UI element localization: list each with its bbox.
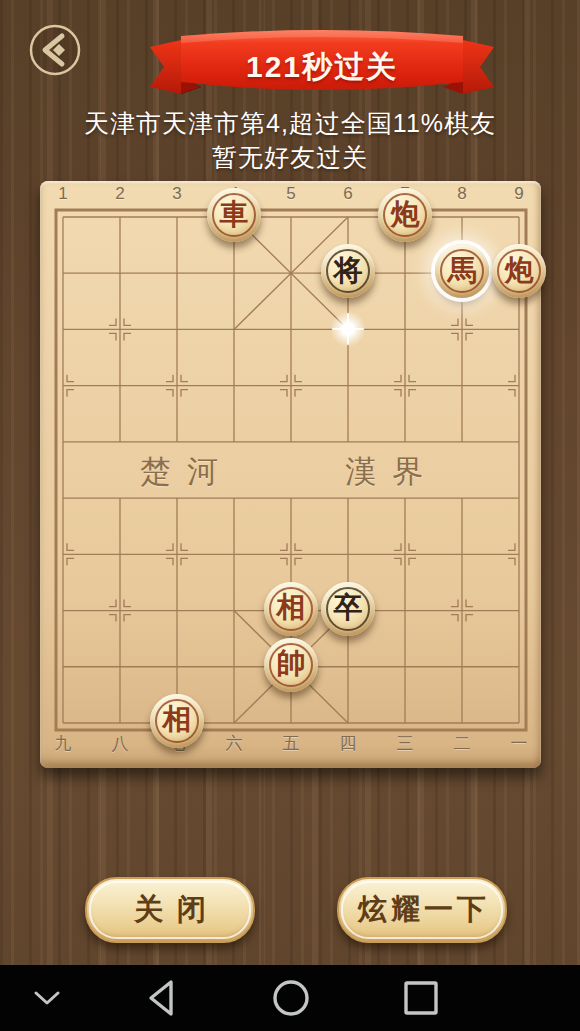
brag-button[interactable]: 炫耀一下 — [337, 877, 507, 943]
collapse-chevron-icon[interactable] — [32, 989, 62, 1007]
file-label-bottom: 四 — [340, 732, 357, 755]
close-button[interactable]: 关闭 — [85, 877, 255, 943]
piece-red-cannon: 炮 — [492, 244, 546, 298]
piece-glyph: 車 — [220, 200, 249, 229]
file-label-top: 3 — [172, 184, 181, 204]
level-complete-screen: 121秒过关 天津市天津市第4,超过全国11%棋友 暂无好友过关 楚河 漢界 1… — [0, 0, 580, 1031]
banner-title: 121秒过关 — [147, 47, 497, 88]
piece-glyph: 相 — [163, 705, 192, 734]
file-label-bottom: 一 — [511, 732, 528, 755]
piece-glyph: 帥 — [277, 649, 306, 678]
file-label-top: 6 — [343, 184, 352, 204]
android-recents-icon[interactable] — [399, 976, 443, 1020]
file-label-top: 8 — [457, 184, 466, 204]
piece-glyph: 馬 — [448, 256, 477, 285]
piece-glyph: 炮 — [505, 256, 534, 285]
piece-red-horse: 馬 — [435, 244, 489, 298]
file-label-bottom: 六 — [226, 732, 243, 755]
back-arrow-icon — [27, 22, 83, 78]
piece-glyph: 将 — [334, 256, 363, 285]
file-label-bottom: 五 — [283, 732, 300, 755]
android-back-icon[interactable] — [142, 976, 182, 1020]
android-home-icon[interactable] — [269, 976, 313, 1020]
android-nav-bar — [0, 965, 580, 1031]
back-button[interactable] — [27, 22, 83, 78]
river-label-right: 漢界 — [345, 451, 439, 493]
file-label-bottom: 二 — [454, 732, 471, 755]
file-label-top: 2 — [115, 184, 124, 204]
piece-black-general: 将 — [321, 244, 375, 298]
piece-red-chariot: 車 — [207, 188, 261, 242]
rank-info: 天津市天津市第4,超过全国11%棋友 暂无好友过关 — [0, 106, 580, 174]
file-label-bottom: 三 — [397, 732, 414, 755]
piece-red-cannon: 炮 — [378, 188, 432, 242]
file-label-top: 5 — [286, 184, 295, 204]
rank-line: 天津市天津市第4,超过全国11%棋友 — [0, 106, 580, 140]
file-label-top: 9 — [514, 184, 523, 204]
file-label-top: 1 — [58, 184, 67, 204]
file-label-bottom: 八 — [112, 732, 129, 755]
river-label-left: 楚河 — [140, 451, 234, 493]
xiangqi-board: 楚河 漢界 123456789九八七六五四三二一車炮将馬炮相卒帥相 — [40, 181, 541, 768]
last-move-origin-marker — [330, 311, 366, 347]
piece-red-elephant: 相 — [150, 694, 204, 748]
piece-glyph: 相 — [277, 593, 306, 622]
piece-glyph: 卒 — [334, 593, 363, 622]
piece-red-elephant: 相 — [264, 582, 318, 636]
piece-glyph: 炮 — [391, 200, 420, 229]
piece-red-general: 帥 — [264, 638, 318, 692]
piece-black-soldier: 卒 — [321, 582, 375, 636]
friends-line: 暂无好友过关 — [0, 140, 580, 174]
file-label-bottom: 九 — [55, 732, 72, 755]
